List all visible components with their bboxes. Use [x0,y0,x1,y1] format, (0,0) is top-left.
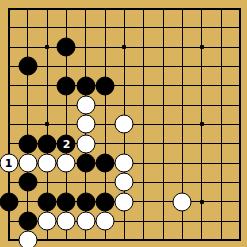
white-stone[interactable] [76,96,95,115]
black-stone[interactable] [18,173,37,192]
hoshi-point [45,45,49,49]
stone-move-number: 2 [63,138,71,149]
white-stone[interactable] [76,212,95,231]
white-stone[interactable] [57,212,76,231]
hoshi-point [45,122,49,126]
black-stone[interactable] [96,192,115,211]
black-stone[interactable] [96,154,115,173]
grid-line-vertical [221,8,222,241]
white-stone[interactable] [18,231,37,247]
black-stone[interactable] [76,154,95,173]
white-stone[interactable]: 1 [0,154,18,173]
white-stone[interactable] [38,212,57,231]
black-stone[interactable] [96,76,115,95]
white-stone[interactable] [115,192,134,211]
go-diagram: 21 [0,0,247,247]
black-stone[interactable] [38,134,57,153]
black-stone[interactable] [76,76,95,95]
black-stone[interactable] [0,192,18,211]
stone-move-number: 1 [5,158,13,169]
black-stone[interactable]: 2 [57,134,76,153]
white-stone[interactable] [115,154,134,173]
black-stone[interactable] [57,192,76,211]
go-board[interactable]: 21 [0,0,247,247]
black-stone[interactable] [38,192,57,211]
black-stone[interactable] [57,38,76,57]
white-stone[interactable] [76,115,95,134]
hoshi-point [200,45,204,49]
white-stone[interactable] [76,134,95,153]
white-stone[interactable] [38,154,57,173]
black-stone[interactable] [76,192,95,211]
hoshi-point [200,122,204,126]
black-stone[interactable] [57,76,76,95]
grid-line-vertical [143,8,144,241]
black-stone[interactable] [18,57,37,76]
white-stone[interactable] [96,212,115,231]
grid-line-horizontal [8,239,241,241]
black-stone[interactable] [18,212,37,231]
white-stone[interactable] [173,192,192,211]
hoshi-point [200,200,204,204]
grid-line-vertical [239,8,241,241]
white-stone[interactable] [115,115,134,134]
black-stone[interactable] [18,134,37,153]
hoshi-point [122,45,126,49]
white-stone[interactable] [57,154,76,173]
white-stone[interactable] [115,173,134,192]
grid-line-vertical [163,8,164,241]
white-stone[interactable] [18,154,37,173]
